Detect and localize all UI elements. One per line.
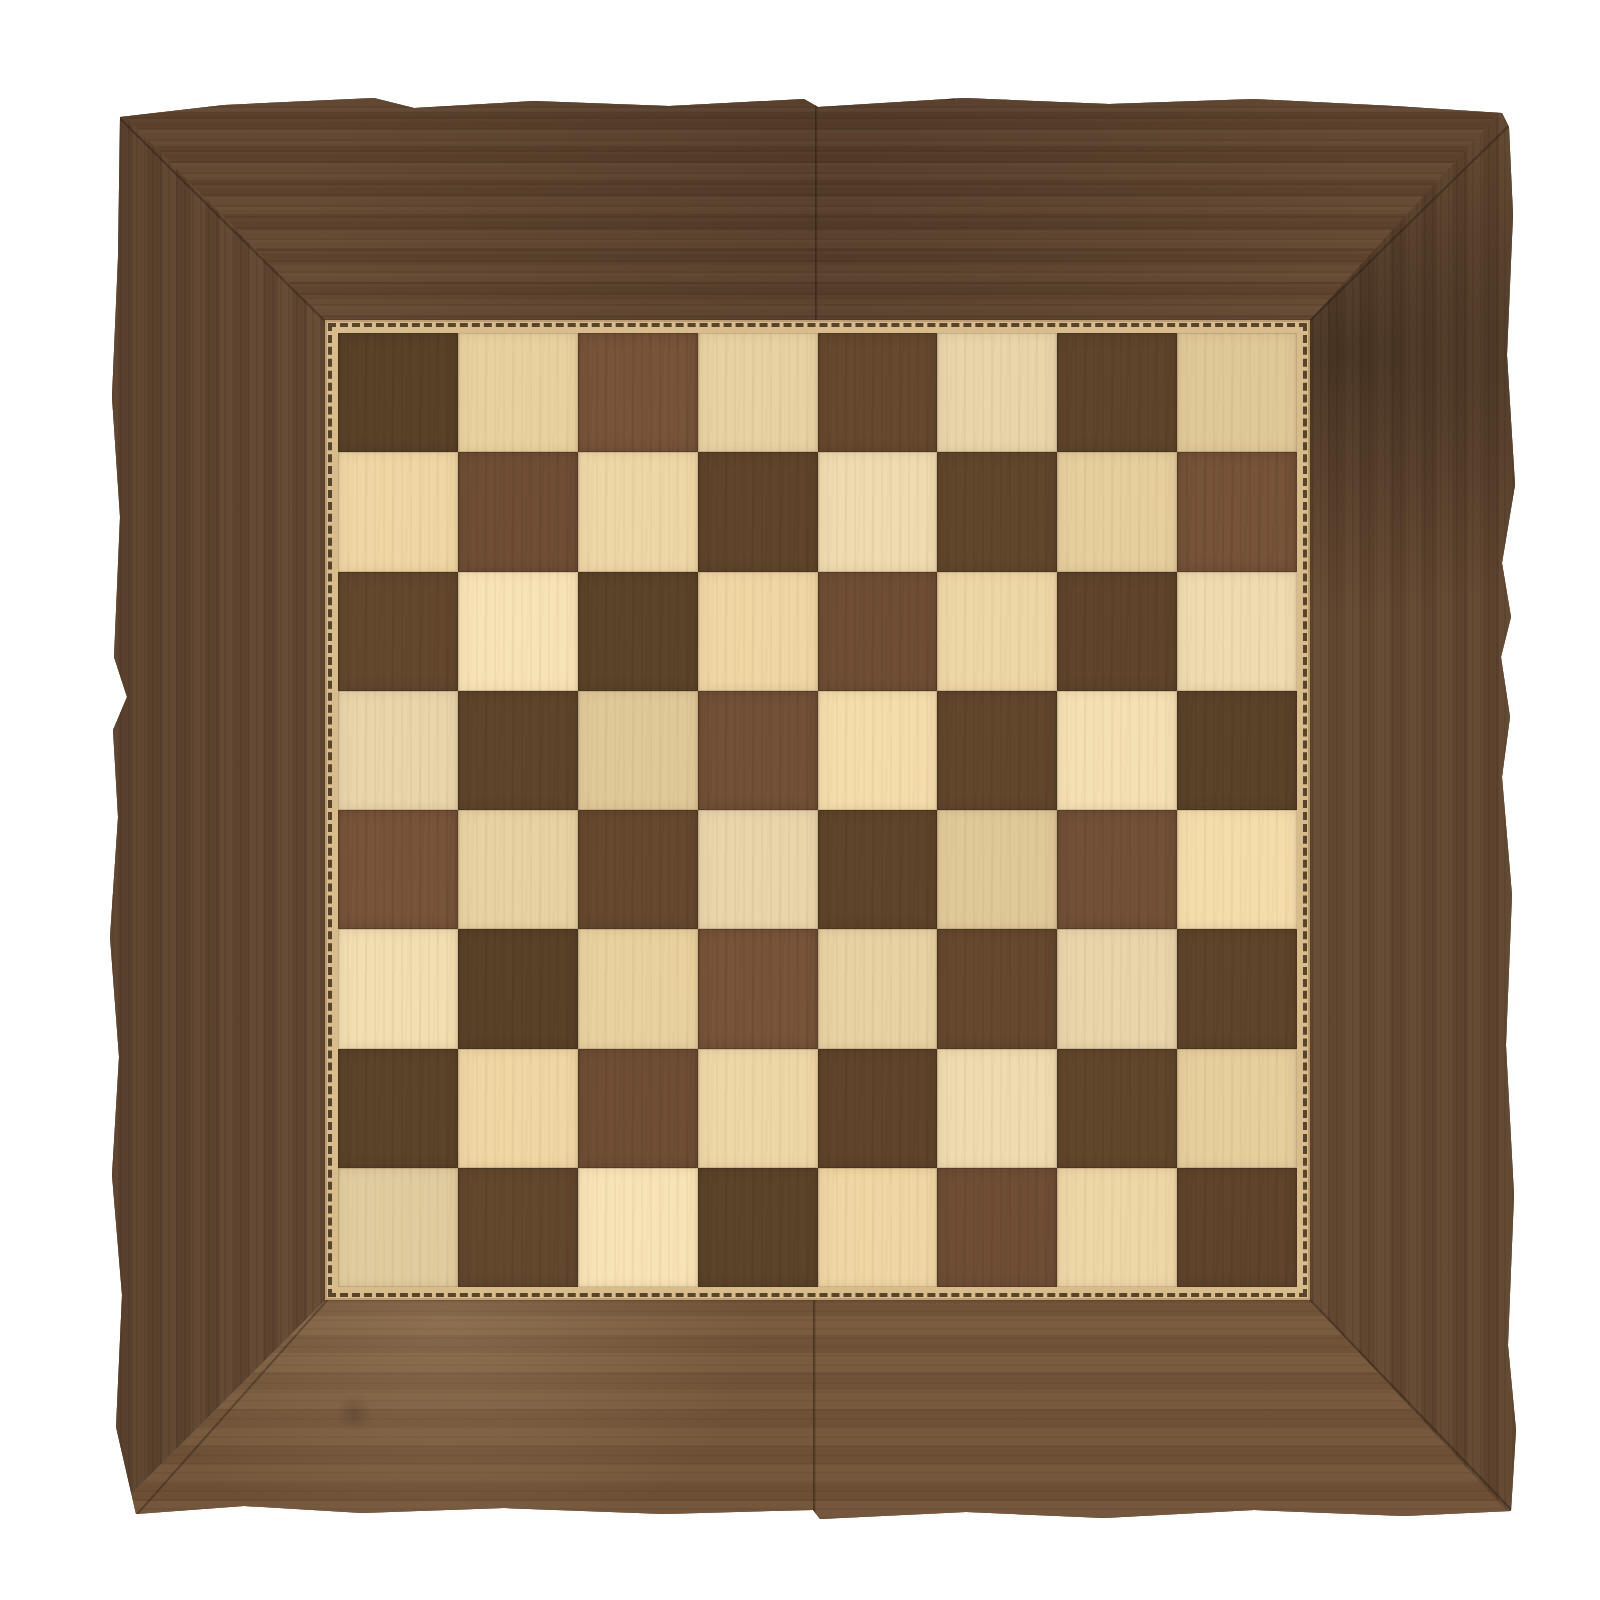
photo-stage xyxy=(0,0,1600,1600)
square-g8[interactable] xyxy=(1057,333,1177,452)
square-b1[interactable] xyxy=(458,1168,578,1287)
square-c6[interactable] xyxy=(578,572,698,691)
square-h3[interactable] xyxy=(1177,929,1297,1048)
square-f8[interactable] xyxy=(937,333,1057,452)
square-a5[interactable] xyxy=(338,691,458,810)
square-a2[interactable] xyxy=(338,1049,458,1168)
square-g2[interactable] xyxy=(1057,1049,1177,1168)
square-b2[interactable] xyxy=(458,1049,578,1168)
square-e2[interactable] xyxy=(818,1049,938,1168)
square-a7[interactable] xyxy=(338,452,458,571)
square-a8[interactable] xyxy=(338,333,458,452)
square-a6[interactable] xyxy=(338,572,458,691)
square-e6[interactable] xyxy=(818,572,938,691)
square-c2[interactable] xyxy=(578,1049,698,1168)
square-c5[interactable] xyxy=(578,691,698,810)
square-b4[interactable] xyxy=(458,810,578,929)
square-f6[interactable] xyxy=(937,572,1057,691)
square-d1[interactable] xyxy=(698,1168,818,1287)
square-b7[interactable] xyxy=(458,452,578,571)
square-b3[interactable] xyxy=(458,929,578,1048)
square-g4[interactable] xyxy=(1057,810,1177,929)
square-e4[interactable] xyxy=(818,810,938,929)
square-h5[interactable] xyxy=(1177,691,1297,810)
square-e1[interactable] xyxy=(818,1168,938,1287)
square-h4[interactable] xyxy=(1177,810,1297,929)
square-d2[interactable] xyxy=(698,1049,818,1168)
chess-board xyxy=(104,95,1516,1521)
square-d7[interactable] xyxy=(698,452,818,571)
square-e3[interactable] xyxy=(818,929,938,1048)
rough-edge-top xyxy=(424,95,1184,100)
square-g7[interactable] xyxy=(1057,452,1177,571)
square-f1[interactable] xyxy=(937,1168,1057,1287)
square-c8[interactable] xyxy=(578,333,698,452)
center-fold-seam-bottom xyxy=(813,1300,816,1521)
square-b8[interactable] xyxy=(458,333,578,452)
rough-edge-left xyxy=(104,235,108,1505)
square-b6[interactable] xyxy=(458,572,578,691)
square-a4[interactable] xyxy=(338,810,458,929)
square-f4[interactable] xyxy=(937,810,1057,929)
square-a3[interactable] xyxy=(338,929,458,1048)
square-f2[interactable] xyxy=(937,1049,1057,1168)
square-e7[interactable] xyxy=(818,452,938,571)
square-e5[interactable] xyxy=(818,691,938,810)
square-f5[interactable] xyxy=(937,691,1057,810)
square-d6[interactable] xyxy=(698,572,818,691)
square-c3[interactable] xyxy=(578,929,698,1048)
square-h1[interactable] xyxy=(1177,1168,1297,1287)
square-d4[interactable] xyxy=(698,810,818,929)
square-c7[interactable] xyxy=(578,452,698,571)
square-f7[interactable] xyxy=(937,452,1057,571)
square-d8[interactable] xyxy=(698,333,818,452)
square-d5[interactable] xyxy=(698,691,818,810)
square-f3[interactable] xyxy=(937,929,1057,1048)
square-b5[interactable] xyxy=(458,691,578,810)
square-a1[interactable] xyxy=(338,1168,458,1287)
square-g5[interactable] xyxy=(1057,691,1177,810)
square-c4[interactable] xyxy=(578,810,698,929)
square-h7[interactable] xyxy=(1177,452,1297,571)
square-e8[interactable] xyxy=(818,333,938,452)
center-fold-seam-top xyxy=(815,95,818,320)
square-h6[interactable] xyxy=(1177,572,1297,691)
square-g6[interactable] xyxy=(1057,572,1177,691)
square-g3[interactable] xyxy=(1057,929,1177,1048)
playing-area xyxy=(338,333,1297,1287)
square-g1[interactable] xyxy=(1057,1168,1177,1287)
square-h2[interactable] xyxy=(1177,1049,1297,1168)
square-c1[interactable] xyxy=(578,1168,698,1287)
square-d3[interactable] xyxy=(698,929,818,1048)
square-h8[interactable] xyxy=(1177,333,1297,452)
